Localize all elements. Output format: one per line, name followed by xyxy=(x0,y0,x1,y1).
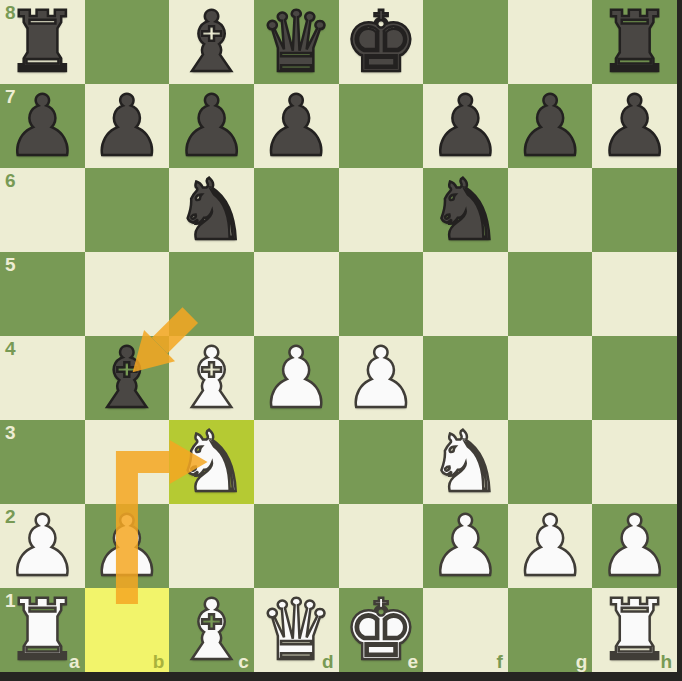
white-knight-piece[interactable]: ♞ xyxy=(423,420,508,504)
square-h1[interactable]: h♜ xyxy=(592,588,677,672)
square-c7[interactable]: ♟ xyxy=(169,84,254,168)
square-h3[interactable] xyxy=(592,420,677,504)
square-b2[interactable]: ♟ xyxy=(85,504,170,588)
square-h7[interactable]: ♟ xyxy=(592,84,677,168)
file-label-b: b xyxy=(153,652,165,671)
square-b7[interactable]: ♟ xyxy=(85,84,170,168)
file-label-g: g xyxy=(576,652,588,671)
square-c1[interactable]: c♝ xyxy=(169,588,254,672)
square-e1[interactable]: e♚ xyxy=(339,588,424,672)
file-label-f: f xyxy=(496,652,502,671)
square-c3[interactable]: ♞ xyxy=(169,420,254,504)
square-f1[interactable]: f xyxy=(423,588,508,672)
square-a1[interactable]: 1a♜ xyxy=(0,588,85,672)
square-e6[interactable] xyxy=(339,168,424,252)
square-f5[interactable] xyxy=(423,252,508,336)
white-pawn-piece[interactable]: ♟ xyxy=(339,336,424,420)
square-h6[interactable] xyxy=(592,168,677,252)
square-f7[interactable]: ♟ xyxy=(423,84,508,168)
square-f4[interactable] xyxy=(423,336,508,420)
white-pawn-piece[interactable]: ♟ xyxy=(254,336,339,420)
rank-label-8: 8 xyxy=(5,3,16,22)
square-g7[interactable]: ♟ xyxy=(508,84,593,168)
rank-label-4: 4 xyxy=(5,339,16,358)
file-label-h: h xyxy=(660,652,672,671)
square-g5[interactable] xyxy=(508,252,593,336)
square-f6[interactable]: ♞ xyxy=(423,168,508,252)
white-bishop-piece[interactable]: ♝ xyxy=(169,336,254,420)
square-h8[interactable]: ♜ xyxy=(592,0,677,84)
square-h5[interactable] xyxy=(592,252,677,336)
square-c6[interactable]: ♞ xyxy=(169,168,254,252)
square-g1[interactable]: g xyxy=(508,588,593,672)
square-d8[interactable]: ♛ xyxy=(254,0,339,84)
rank-label-5: 5 xyxy=(5,255,16,274)
file-label-e: e xyxy=(408,652,419,671)
square-g3[interactable] xyxy=(508,420,593,504)
square-f3[interactable]: ♞ xyxy=(423,420,508,504)
square-h2[interactable]: ♟ xyxy=(592,504,677,588)
black-pawn-piece[interactable]: ♟ xyxy=(423,84,508,168)
white-pawn-piece[interactable]: ♟ xyxy=(85,504,170,588)
white-pawn-piece[interactable]: ♟ xyxy=(508,504,593,588)
square-e2[interactable] xyxy=(339,504,424,588)
black-pawn-piece[interactable]: ♟ xyxy=(85,84,170,168)
square-d4[interactable]: ♟ xyxy=(254,336,339,420)
white-knight-piece[interactable]: ♞ xyxy=(169,420,254,504)
black-pawn-piece[interactable]: ♟ xyxy=(592,84,677,168)
black-king-piece[interactable]: ♚ xyxy=(339,0,424,84)
rank-label-7: 7 xyxy=(5,87,16,106)
black-knight-piece[interactable]: ♞ xyxy=(169,168,254,252)
square-a8[interactable]: 8♜ xyxy=(0,0,85,84)
square-h4[interactable] xyxy=(592,336,677,420)
black-pawn-piece[interactable]: ♟ xyxy=(254,84,339,168)
square-b3[interactable] xyxy=(85,420,170,504)
black-bishop-piece[interactable]: ♝ xyxy=(85,336,170,420)
square-g6[interactable] xyxy=(508,168,593,252)
square-e7[interactable] xyxy=(339,84,424,168)
square-a3[interactable]: 3 xyxy=(0,420,85,504)
square-c5[interactable] xyxy=(169,252,254,336)
rank-label-6: 6 xyxy=(5,171,16,190)
square-d7[interactable]: ♟ xyxy=(254,84,339,168)
file-label-a: a xyxy=(69,652,80,671)
square-e4[interactable]: ♟ xyxy=(339,336,424,420)
white-pawn-piece[interactable]: ♟ xyxy=(592,504,677,588)
board-background: 8♜♝♛♚♜7♟♟♟♟♟♟♟6♞♞54♝♝♟♟3♞♞2♟♟♟♟♟1a♜bc♝d♛… xyxy=(0,0,682,681)
rank-label-3: 3 xyxy=(5,423,16,442)
black-bishop-piece[interactable]: ♝ xyxy=(169,0,254,84)
square-g2[interactable]: ♟ xyxy=(508,504,593,588)
square-d2[interactable] xyxy=(254,504,339,588)
black-queen-piece[interactable]: ♛ xyxy=(254,0,339,84)
square-g4[interactable] xyxy=(508,336,593,420)
square-a5[interactable]: 5 xyxy=(0,252,85,336)
square-a6[interactable]: 6 xyxy=(0,168,85,252)
chess-board: 8♜♝♛♚♜7♟♟♟♟♟♟♟6♞♞54♝♝♟♟3♞♞2♟♟♟♟♟1a♜bc♝d♛… xyxy=(0,0,677,672)
square-f8[interactable] xyxy=(423,0,508,84)
square-a2[interactable]: 2♟ xyxy=(0,504,85,588)
square-c4[interactable]: ♝ xyxy=(169,336,254,420)
square-b6[interactable] xyxy=(85,168,170,252)
square-d6[interactable] xyxy=(254,168,339,252)
square-f2[interactable]: ♟ xyxy=(423,504,508,588)
square-e3[interactable] xyxy=(339,420,424,504)
black-pawn-piece[interactable]: ♟ xyxy=(169,84,254,168)
square-b1[interactable]: b xyxy=(85,588,170,672)
square-d3[interactable] xyxy=(254,420,339,504)
square-c8[interactable]: ♝ xyxy=(169,0,254,84)
black-knight-piece[interactable]: ♞ xyxy=(423,168,508,252)
square-d1[interactable]: d♛ xyxy=(254,588,339,672)
square-a7[interactable]: 7♟ xyxy=(0,84,85,168)
square-b8[interactable] xyxy=(85,0,170,84)
square-b4[interactable]: ♝ xyxy=(85,336,170,420)
square-e5[interactable] xyxy=(339,252,424,336)
file-label-d: d xyxy=(322,652,334,671)
black-rook-piece[interactable]: ♜ xyxy=(592,0,677,84)
square-e8[interactable]: ♚ xyxy=(339,0,424,84)
square-c2[interactable] xyxy=(169,504,254,588)
file-label-c: c xyxy=(238,652,249,671)
square-a4[interactable]: 4 xyxy=(0,336,85,420)
black-pawn-piece[interactable]: ♟ xyxy=(508,84,593,168)
square-b5[interactable] xyxy=(85,252,170,336)
square-g8[interactable] xyxy=(508,0,593,84)
white-pawn-piece[interactable]: ♟ xyxy=(423,504,508,588)
rank-label-1: 1 xyxy=(5,591,16,610)
rank-label-2: 2 xyxy=(5,507,16,526)
square-d5[interactable] xyxy=(254,252,339,336)
